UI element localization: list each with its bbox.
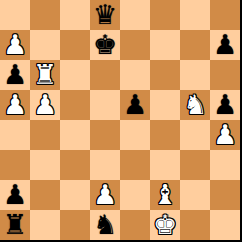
square-h3[interactable] — [210, 150, 240, 180]
piece-black-pawn[interactable]: ♟ — [3, 180, 27, 210]
square-g3[interactable] — [180, 150, 210, 180]
square-f6[interactable] — [150, 60, 180, 90]
square-e2[interactable] — [120, 180, 150, 210]
square-d8[interactable]: ♛ — [90, 0, 120, 30]
square-g7[interactable] — [180, 30, 210, 60]
square-c1[interactable] — [60, 210, 90, 240]
square-a8[interactable] — [0, 0, 30, 30]
piece-black-knight[interactable]: ♞ — [93, 210, 117, 240]
square-h6[interactable] — [210, 60, 240, 90]
square-a3[interactable] — [0, 150, 30, 180]
square-h4[interactable]: ♟ — [210, 120, 240, 150]
square-g1[interactable] — [180, 210, 210, 240]
piece-black-pawn[interactable]: ♟ — [213, 30, 237, 60]
square-a7[interactable]: ♟ — [0, 30, 30, 60]
square-f7[interactable] — [150, 30, 180, 60]
square-e1[interactable] — [120, 210, 150, 240]
piece-black-pawn[interactable]: ♟ — [3, 60, 27, 90]
square-h5[interactable]: ♟ — [210, 90, 240, 120]
square-c2[interactable] — [60, 180, 90, 210]
square-d6[interactable] — [90, 60, 120, 90]
square-c6[interactable] — [60, 60, 90, 90]
piece-white-pawn[interactable]: ♟ — [3, 90, 27, 120]
square-d5[interactable] — [90, 90, 120, 120]
square-d7[interactable]: ♚ — [90, 30, 120, 60]
square-b1[interactable] — [30, 210, 60, 240]
square-c3[interactable] — [60, 150, 90, 180]
piece-white-king[interactable]: ♚ — [153, 210, 177, 240]
piece-black-pawn[interactable]: ♟ — [123, 90, 147, 120]
piece-white-pawn[interactable]: ♟ — [93, 180, 117, 210]
square-c8[interactable] — [60, 0, 90, 30]
square-f1[interactable]: ♚ — [150, 210, 180, 240]
square-b4[interactable] — [30, 120, 60, 150]
square-e6[interactable] — [120, 60, 150, 90]
piece-white-pawn[interactable]: ♟ — [33, 90, 57, 120]
chessboard: ♛♟♚♟♟♜♟♟♟♞♟♟♟♟♝♜♞♚ — [0, 0, 242, 242]
square-f5[interactable] — [150, 90, 180, 120]
square-b2[interactable] — [30, 180, 60, 210]
square-h2[interactable] — [210, 180, 240, 210]
square-h8[interactable] — [210, 0, 240, 30]
square-f2[interactable]: ♝ — [150, 180, 180, 210]
square-g5[interactable]: ♞ — [180, 90, 210, 120]
piece-black-king[interactable]: ♚ — [93, 30, 117, 60]
square-d4[interactable] — [90, 120, 120, 150]
square-f8[interactable] — [150, 0, 180, 30]
square-c4[interactable] — [60, 120, 90, 150]
square-e4[interactable] — [120, 120, 150, 150]
square-c5[interactable] — [60, 90, 90, 120]
square-e7[interactable] — [120, 30, 150, 60]
square-d1[interactable]: ♞ — [90, 210, 120, 240]
square-a1[interactable]: ♜ — [0, 210, 30, 240]
square-g8[interactable] — [180, 0, 210, 30]
piece-white-rook[interactable]: ♜ — [33, 60, 57, 90]
piece-black-queen[interactable]: ♛ — [93, 0, 117, 30]
square-a2[interactable]: ♟ — [0, 180, 30, 210]
piece-black-rook[interactable]: ♜ — [3, 210, 27, 240]
square-g4[interactable] — [180, 120, 210, 150]
square-c7[interactable] — [60, 30, 90, 60]
square-h7[interactable]: ♟ — [210, 30, 240, 60]
square-d3[interactable] — [90, 150, 120, 180]
square-d2[interactable]: ♟ — [90, 180, 120, 210]
square-e8[interactable] — [120, 0, 150, 30]
piece-white-pawn[interactable]: ♟ — [213, 120, 237, 150]
square-b6[interactable]: ♜ — [30, 60, 60, 90]
square-e3[interactable] — [120, 150, 150, 180]
square-g6[interactable] — [180, 60, 210, 90]
square-e5[interactable]: ♟ — [120, 90, 150, 120]
square-a6[interactable]: ♟ — [0, 60, 30, 90]
square-a4[interactable] — [0, 120, 30, 150]
square-b7[interactable] — [30, 30, 60, 60]
piece-white-bishop[interactable]: ♝ — [153, 180, 177, 210]
square-f4[interactable] — [150, 120, 180, 150]
square-b3[interactable] — [30, 150, 60, 180]
square-f3[interactable] — [150, 150, 180, 180]
piece-white-knight[interactable]: ♞ — [183, 90, 207, 120]
piece-white-pawn[interactable]: ♟ — [3, 30, 27, 60]
square-g2[interactable] — [180, 180, 210, 210]
piece-black-pawn[interactable]: ♟ — [213, 90, 237, 120]
square-b5[interactable]: ♟ — [30, 90, 60, 120]
square-h1[interactable] — [210, 210, 240, 240]
square-a5[interactable]: ♟ — [0, 90, 30, 120]
square-b8[interactable] — [30, 0, 60, 30]
